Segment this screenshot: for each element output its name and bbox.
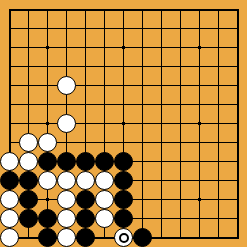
white-stone: ○	[38, 133, 57, 152]
intersection-9-6[interactable]	[171, 114, 190, 133]
intersection-3-7[interactable]	[57, 133, 76, 152]
intersection-0-9[interactable]: ●	[0, 171, 19, 190]
intersection-0-2[interactable]	[0, 38, 19, 57]
intersection-10-10[interactable]	[190, 190, 209, 209]
black-stone: ●	[76, 209, 95, 228]
intersection-4-5[interactable]	[76, 95, 95, 114]
white-stone: ○	[57, 171, 76, 190]
white-stone: ○	[95, 171, 114, 190]
intersection-0-7[interactable]	[0, 133, 19, 152]
black-stone: ●	[114, 209, 133, 228]
intersection-6-4[interactable]	[114, 76, 133, 95]
intersection-9-9[interactable]	[171, 171, 190, 190]
intersection-6-1[interactable]	[114, 19, 133, 38]
intersection-1-5[interactable]	[19, 95, 38, 114]
intersection-0-3[interactable]	[0, 57, 19, 76]
intersection-8-9[interactable]	[152, 171, 171, 190]
intersection-11-8[interactable]	[209, 152, 228, 171]
white-stone: ○	[0, 152, 19, 171]
intersection-9-8[interactable]	[171, 152, 190, 171]
intersection-5-0[interactable]	[95, 0, 114, 19]
intersection-6-9[interactable]: ●	[114, 171, 133, 190]
intersection-11-11[interactable]	[209, 209, 228, 228]
intersection-10-2[interactable]	[190, 38, 209, 57]
black-stone: ●	[38, 209, 57, 228]
intersection-7-4[interactable]	[133, 76, 152, 95]
intersection-11-1[interactable]	[209, 19, 228, 38]
intersection-6-10[interactable]: ●	[114, 190, 133, 209]
white-stone: ○	[0, 190, 19, 209]
intersection-1-6[interactable]	[19, 114, 38, 133]
intersection-6-8[interactable]: ●	[114, 152, 133, 171]
intersection-6-3[interactable]	[114, 57, 133, 76]
intersection-2-0[interactable]	[38, 0, 57, 19]
black-stone: ●	[76, 152, 95, 171]
intersection-10-4[interactable]	[190, 76, 209, 95]
intersection-3-2[interactable]	[57, 38, 76, 57]
intersection-8-3[interactable]	[152, 57, 171, 76]
black-stone: ●	[19, 190, 38, 209]
intersection-3-6[interactable]: ○	[57, 114, 76, 133]
intersection-9-10[interactable]	[171, 190, 190, 209]
intersection-12-1[interactable]	[228, 19, 247, 38]
intersection-6-6[interactable]	[114, 114, 133, 133]
intersection-12-3[interactable]	[228, 57, 247, 76]
intersection-5-11[interactable]: ○	[95, 209, 114, 228]
black-stone: ●	[114, 152, 133, 171]
intersection-6-5[interactable]	[114, 95, 133, 114]
white-stone: ○	[57, 228, 76, 247]
black-stone: ●	[19, 171, 38, 190]
intersection-1-0[interactable]	[19, 0, 38, 19]
intersection-8-12[interactable]	[152, 228, 171, 247]
intersection-2-11[interactable]: ●	[38, 209, 57, 228]
intersection-11-5[interactable]	[209, 95, 228, 114]
black-stone: ●	[95, 152, 114, 171]
intersection-2-5[interactable]	[38, 95, 57, 114]
black-stone: ●	[114, 190, 133, 209]
intersection-11-10[interactable]	[209, 190, 228, 209]
white-stone: ○	[57, 190, 76, 209]
intersection-11-9[interactable]	[209, 171, 228, 190]
white-stone: ○	[57, 114, 76, 133]
intersection-8-11[interactable]	[152, 209, 171, 228]
intersection-8-5[interactable]	[152, 95, 171, 114]
intersection-12-9[interactable]	[228, 171, 247, 190]
intersection-11-4[interactable]	[209, 76, 228, 95]
intersection-3-4[interactable]: ○	[57, 76, 76, 95]
intersection-2-10[interactable]	[38, 190, 57, 209]
black-stone: ●	[76, 190, 95, 209]
intersection-12-0[interactable]	[228, 0, 247, 19]
intersection-9-12[interactable]	[171, 228, 190, 247]
intersection-7-12[interactable]: ●	[133, 228, 152, 247]
intersection-4-10[interactable]: ●	[76, 190, 95, 209]
black-stone: ●	[38, 228, 57, 247]
intersection-8-10[interactable]	[152, 190, 171, 209]
intersection-5-10[interactable]: ○	[95, 190, 114, 209]
intersection-12-10[interactable]	[228, 190, 247, 209]
intersection-8-4[interactable]	[152, 76, 171, 95]
intersection-0-1[interactable]	[0, 19, 19, 38]
intersection-9-1[interactable]	[171, 19, 190, 38]
intersection-6-12[interactable]: ○	[114, 228, 133, 247]
intersection-0-10[interactable]: ○	[0, 190, 19, 209]
intersection-9-3[interactable]	[171, 57, 190, 76]
intersection-12-5[interactable]	[228, 95, 247, 114]
intersection-3-12[interactable]: ○	[57, 228, 76, 247]
intersection-1-10[interactable]: ●	[19, 190, 38, 209]
intersection-10-11[interactable]	[190, 209, 209, 228]
intersection-1-4[interactable]	[19, 76, 38, 95]
intersection-10-1[interactable]	[190, 19, 209, 38]
intersection-7-3[interactable]	[133, 57, 152, 76]
intersection-9-0[interactable]	[171, 0, 190, 19]
intersection-12-4[interactable]	[228, 76, 247, 95]
intersection-6-2[interactable]	[114, 38, 133, 57]
intersection-2-3[interactable]	[38, 57, 57, 76]
intersection-7-8[interactable]	[133, 152, 152, 171]
intersection-11-3[interactable]	[209, 57, 228, 76]
intersection-7-7[interactable]	[133, 133, 152, 152]
intersection-5-2[interactable]	[95, 38, 114, 57]
black-stone: ●	[57, 152, 76, 171]
intersection-2-2[interactable]	[38, 38, 57, 57]
intersection-5-5[interactable]	[95, 95, 114, 114]
intersection-3-1[interactable]	[57, 19, 76, 38]
intersection-9-2[interactable]	[171, 38, 190, 57]
intersection-8-2[interactable]	[152, 38, 171, 57]
white-stone: ○	[19, 133, 38, 152]
white-stone: ○	[95, 209, 114, 228]
intersection-4-8[interactable]: ●	[76, 152, 95, 171]
black-stone: ●	[114, 171, 133, 190]
intersection-4-3[interactable]	[76, 57, 95, 76]
intersection-2-9[interactable]: ○	[38, 171, 57, 190]
intersection-11-0[interactable]	[209, 0, 228, 19]
intersection-8-6[interactable]	[152, 114, 171, 133]
intersection-7-11[interactable]	[133, 209, 152, 228]
white-stone: ○	[38, 171, 57, 190]
intersection-7-5[interactable]	[133, 95, 152, 114]
intersection-6-0[interactable]	[114, 0, 133, 19]
intersection-3-3[interactable]	[57, 57, 76, 76]
intersection-9-7[interactable]	[171, 133, 190, 152]
intersection-5-7[interactable]	[95, 133, 114, 152]
black-stone: ●	[133, 228, 152, 247]
intersection-2-12[interactable]: ●	[38, 228, 57, 247]
intersection-2-1[interactable]	[38, 19, 57, 38]
intersection-5-9[interactable]: ○	[95, 171, 114, 190]
intersection-12-7[interactable]	[228, 133, 247, 152]
intersection-3-5[interactable]	[57, 95, 76, 114]
intersection-2-7[interactable]: ○	[38, 133, 57, 152]
intersection-1-7[interactable]: ○	[19, 133, 38, 152]
intersection-0-6[interactable]	[0, 114, 19, 133]
intersection-0-5[interactable]	[0, 95, 19, 114]
intersection-5-12[interactable]	[95, 228, 114, 247]
intersection-1-9[interactable]: ●	[19, 171, 38, 190]
white-stone: ○	[57, 76, 76, 95]
intersection-12-8[interactable]	[228, 152, 247, 171]
intersection-11-7[interactable]	[209, 133, 228, 152]
intersection-12-6[interactable]	[228, 114, 247, 133]
intersection-0-0[interactable]	[0, 0, 19, 19]
intersection-0-12[interactable]: ○	[0, 228, 19, 247]
intersection-4-7[interactable]	[76, 133, 95, 152]
white-stone-marked: ○	[114, 228, 133, 247]
intersection-3-0[interactable]	[57, 0, 76, 19]
intersection-1-12[interactable]	[19, 228, 38, 247]
intersection-7-6[interactable]	[133, 114, 152, 133]
board-intersections: ○○○○○○●●●●●●●○○○○●○●○●○●○●●○●○●○●○●○●	[0, 0, 247, 247]
intersection-7-1[interactable]	[133, 19, 152, 38]
intersection-5-6[interactable]	[95, 114, 114, 133]
black-stone: ●	[76, 228, 95, 247]
intersection-10-7[interactable]	[190, 133, 209, 152]
intersection-3-10[interactable]: ○	[57, 190, 76, 209]
intersection-8-7[interactable]	[152, 133, 171, 152]
intersection-4-6[interactable]	[76, 114, 95, 133]
intersection-6-11[interactable]: ●	[114, 209, 133, 228]
white-stone: ○	[76, 171, 95, 190]
white-stone: ○	[19, 152, 38, 171]
intersection-8-0[interactable]	[152, 0, 171, 19]
intersection-10-5[interactable]	[190, 95, 209, 114]
intersection-12-12[interactable]	[228, 228, 247, 247]
intersection-0-8[interactable]: ○	[0, 152, 19, 171]
intersection-10-8[interactable]	[190, 152, 209, 171]
intersection-12-2[interactable]	[228, 38, 247, 57]
intersection-5-4[interactable]	[95, 76, 114, 95]
intersection-10-0[interactable]	[190, 0, 209, 19]
go-board: ○○○○○○●●●●●●●○○○○●○●○●○●○●●○●○●○●○●○●	[0, 0, 247, 247]
intersection-10-12[interactable]	[190, 228, 209, 247]
intersection-4-0[interactable]	[76, 0, 95, 19]
intersection-1-2[interactable]	[19, 38, 38, 57]
intersection-7-2[interactable]	[133, 38, 152, 57]
intersection-0-11[interactable]: ○	[0, 209, 19, 228]
intersection-9-11[interactable]	[171, 209, 190, 228]
white-stone: ○	[0, 228, 19, 247]
intersection-6-7[interactable]	[114, 133, 133, 152]
intersection-9-5[interactable]	[171, 95, 190, 114]
intersection-3-11[interactable]: ○	[57, 209, 76, 228]
intersection-1-1[interactable]	[19, 19, 38, 38]
black-stone: ●	[38, 152, 57, 171]
intersection-4-1[interactable]	[76, 19, 95, 38]
intersection-10-9[interactable]	[190, 171, 209, 190]
intersection-2-8[interactable]: ●	[38, 152, 57, 171]
black-stone: ●	[19, 209, 38, 228]
intersection-4-9[interactable]: ○	[76, 171, 95, 190]
intersection-3-9[interactable]: ○	[57, 171, 76, 190]
intersection-11-6[interactable]	[209, 114, 228, 133]
intersection-1-8[interactable]: ○	[19, 152, 38, 171]
intersection-1-3[interactable]	[19, 57, 38, 76]
white-stone: ○	[57, 209, 76, 228]
intersection-0-4[interactable]	[0, 76, 19, 95]
intersection-10-3[interactable]	[190, 57, 209, 76]
intersection-5-3[interactable]	[95, 57, 114, 76]
intersection-9-4[interactable]	[171, 76, 190, 95]
intersection-5-1[interactable]	[95, 19, 114, 38]
black-stone: ●	[0, 171, 19, 190]
intersection-7-9[interactable]	[133, 171, 152, 190]
intersection-8-8[interactable]	[152, 152, 171, 171]
intersection-7-10[interactable]	[133, 190, 152, 209]
intersection-11-12[interactable]	[209, 228, 228, 247]
intersection-10-6[interactable]	[190, 114, 209, 133]
white-stone: ○	[95, 190, 114, 209]
last-move-marker	[119, 233, 129, 243]
intersection-4-11[interactable]: ●	[76, 209, 95, 228]
intersection-4-4[interactable]	[76, 76, 95, 95]
intersection-2-4[interactable]	[38, 76, 57, 95]
intersection-7-0[interactable]	[133, 0, 152, 19]
intersection-12-11[interactable]	[228, 209, 247, 228]
intersection-3-8[interactable]: ●	[57, 152, 76, 171]
white-stone: ○	[0, 209, 19, 228]
intersection-5-8[interactable]: ●	[95, 152, 114, 171]
intersection-4-2[interactable]	[76, 38, 95, 57]
intersection-4-12[interactable]: ●	[76, 228, 95, 247]
intersection-1-11[interactable]: ●	[19, 209, 38, 228]
intersection-11-2[interactable]	[209, 38, 228, 57]
intersection-2-6[interactable]	[38, 114, 57, 133]
intersection-8-1[interactable]	[152, 19, 171, 38]
